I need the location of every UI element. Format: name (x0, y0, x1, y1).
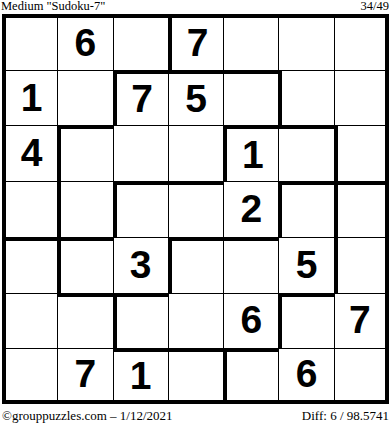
copyright-text: ©grouppuzzles.com – 1/12/2021 (2, 408, 173, 423)
given-digit: 7 (349, 300, 371, 339)
cell-r2c7[interactable] (334, 70, 389, 126)
cell-r4c4[interactable] (168, 181, 223, 237)
cell-r4c6[interactable] (278, 181, 333, 237)
cell-r1c4[interactable]: 7 (168, 14, 223, 70)
cell-r3c1[interactable]: 4 (2, 125, 57, 181)
cell-r5c1[interactable] (2, 237, 57, 293)
cell-r1c5[interactable] (223, 14, 278, 70)
cell-r7c6[interactable]: 6 (278, 348, 333, 404)
cell-r6c7[interactable]: 7 (334, 293, 389, 349)
cell-r1c6[interactable] (278, 14, 333, 70)
cell-r3c7[interactable] (334, 125, 389, 181)
given-digit: 7 (187, 23, 209, 62)
cell-r1c7[interactable] (334, 14, 389, 70)
given-digit: 7 (131, 79, 153, 118)
puzzle-page: Medium "Sudoku-7" 34/49 671754123567716 … (0, 0, 391, 426)
cell-r6c1[interactable] (2, 293, 57, 349)
cell-r7c4[interactable] (168, 348, 223, 404)
cell-r3c2[interactable] (57, 125, 112, 181)
cell-r3c5[interactable]: 1 (223, 125, 278, 181)
cell-r4c2[interactable] (57, 181, 112, 237)
cell-r2c1[interactable]: 1 (2, 70, 57, 126)
given-digit: 7 (75, 354, 97, 393)
cell-r2c4[interactable]: 5 (168, 70, 223, 126)
given-digit: 5 (185, 79, 207, 118)
cell-r7c2[interactable]: 7 (57, 348, 112, 404)
cell-r2c6[interactable] (278, 70, 333, 126)
cell-r7c5[interactable] (223, 348, 278, 404)
cell-r1c3[interactable] (113, 14, 168, 70)
given-digit: 6 (240, 300, 262, 339)
cell-r7c3[interactable]: 1 (113, 348, 168, 404)
cell-r5c5[interactable] (223, 237, 278, 293)
sudoku-board: 671754123567716 (2, 14, 389, 404)
cell-r4c1[interactable] (2, 181, 57, 237)
cell-r3c6[interactable] (278, 125, 333, 181)
cell-r4c3[interactable] (113, 181, 168, 237)
cell-r2c5[interactable] (223, 70, 278, 126)
given-digit: 3 (130, 245, 152, 284)
cell-r5c4[interactable] (168, 237, 223, 293)
cell-r6c4[interactable] (168, 293, 223, 349)
cell-r5c7[interactable] (334, 237, 389, 293)
cell-r6c5[interactable]: 6 (223, 293, 278, 349)
cell-r3c4[interactable] (168, 125, 223, 181)
header: Medium "Sudoku-7" 34/49 (1, 0, 389, 13)
given-digit: 6 (296, 354, 318, 393)
footer: ©grouppuzzles.com – 1/12/2021 Diff: 6 / … (2, 408, 389, 423)
cell-r4c7[interactable] (334, 181, 389, 237)
given-digit: 6 (75, 23, 97, 62)
cell-r5c3[interactable]: 3 (113, 237, 168, 293)
given-digit: 1 (242, 135, 264, 174)
cell-r6c2[interactable] (57, 293, 112, 349)
given-digit: 5 (296, 245, 318, 284)
cell-r6c3[interactable] (113, 293, 168, 349)
difficulty-text: Diff: 6 / 98.5741 (302, 408, 389, 423)
given-digit: 1 (21, 78, 43, 117)
cell-r2c2[interactable] (57, 70, 112, 126)
given-digit: 4 (21, 133, 43, 172)
cell-r5c6[interactable]: 5 (278, 237, 333, 293)
cell-r1c1[interactable] (2, 14, 57, 70)
cell-r6c6[interactable] (278, 293, 333, 349)
cells-remaining-counter: 34/49 (361, 0, 389, 13)
given-digit: 2 (240, 189, 262, 228)
given-digit: 1 (130, 356, 152, 395)
cell-r3c3[interactable] (113, 125, 168, 181)
puzzle-title: Medium "Sudoku-7" (1, 0, 105, 13)
cell-r1c2[interactable]: 6 (57, 14, 112, 70)
cell-r7c1[interactable] (2, 348, 57, 404)
cell-r4c5[interactable]: 2 (223, 181, 278, 237)
cell-r2c3[interactable]: 7 (113, 70, 168, 126)
cell-r5c2[interactable] (57, 237, 112, 293)
cell-r7c7[interactable] (334, 348, 389, 404)
